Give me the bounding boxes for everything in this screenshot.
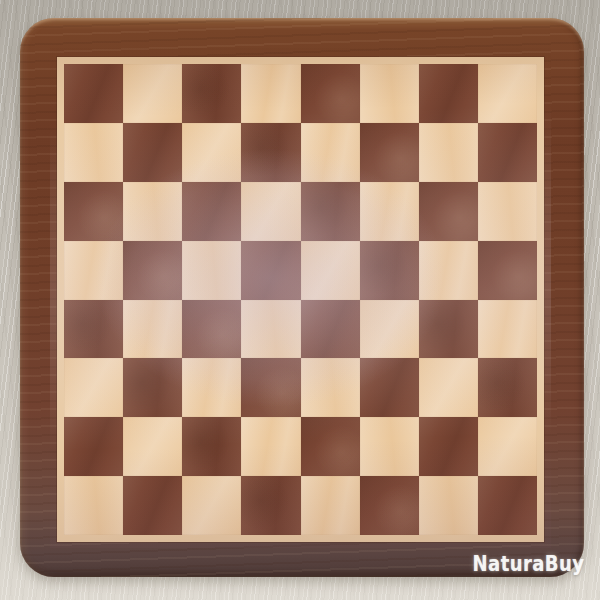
square-r5c1[interactable]: [64, 300, 123, 359]
square-r1c5[interactable]: [301, 64, 360, 123]
square-r8c6[interactable]: [360, 476, 419, 535]
square-r2c5[interactable]: [301, 123, 360, 182]
square-r6c5[interactable]: [301, 358, 360, 417]
square-r8c8[interactable]: [478, 476, 537, 535]
square-r3c6[interactable]: [360, 182, 419, 241]
square-r2c3[interactable]: [182, 123, 241, 182]
square-r3c3[interactable]: [182, 182, 241, 241]
square-r5c4[interactable]: [241, 300, 300, 359]
square-r7c6[interactable]: [360, 417, 419, 476]
square-r4c1[interactable]: [64, 241, 123, 300]
square-r3c4[interactable]: [241, 182, 300, 241]
square-r7c7[interactable]: [419, 417, 478, 476]
square-r1c1[interactable]: [64, 64, 123, 123]
square-r1c7[interactable]: [419, 64, 478, 123]
square-r4c3[interactable]: [182, 241, 241, 300]
square-r5c7[interactable]: [419, 300, 478, 359]
square-r5c2[interactable]: [123, 300, 182, 359]
square-r1c2[interactable]: [123, 64, 182, 123]
square-r6c3[interactable]: [182, 358, 241, 417]
maple-border-panel: [57, 57, 544, 542]
square-r4c2[interactable]: [123, 241, 182, 300]
square-r1c3[interactable]: [182, 64, 241, 123]
square-r4c5[interactable]: [301, 241, 360, 300]
square-r4c4[interactable]: [241, 241, 300, 300]
square-r8c3[interactable]: [182, 476, 241, 535]
square-r4c7[interactable]: [419, 241, 478, 300]
square-r2c1[interactable]: [64, 123, 123, 182]
square-r5c6[interactable]: [360, 300, 419, 359]
square-r6c4[interactable]: [241, 358, 300, 417]
square-r6c8[interactable]: [478, 358, 537, 417]
square-r7c1[interactable]: [64, 417, 123, 476]
square-r5c5[interactable]: [301, 300, 360, 359]
square-r6c7[interactable]: [419, 358, 478, 417]
square-r5c3[interactable]: [182, 300, 241, 359]
square-r1c4[interactable]: [241, 64, 300, 123]
square-r1c8[interactable]: [478, 64, 537, 123]
square-r3c8[interactable]: [478, 182, 537, 241]
square-r6c6[interactable]: [360, 358, 419, 417]
square-r6c1[interactable]: [64, 358, 123, 417]
square-r8c7[interactable]: [419, 476, 478, 535]
square-r7c5[interactable]: [301, 417, 360, 476]
square-r4c8[interactable]: [478, 241, 537, 300]
square-r2c4[interactable]: [241, 123, 300, 182]
square-r2c7[interactable]: [419, 123, 478, 182]
square-r8c5[interactable]: [301, 476, 360, 535]
board-grid: [64, 64, 537, 535]
square-r8c4[interactable]: [241, 476, 300, 535]
square-r8c1[interactable]: [64, 476, 123, 535]
square-r7c4[interactable]: [241, 417, 300, 476]
square-r7c8[interactable]: [478, 417, 537, 476]
square-r4c6[interactable]: [360, 241, 419, 300]
square-r3c2[interactable]: [123, 182, 182, 241]
product-photo: NaturaBuy: [0, 0, 600, 600]
square-r3c7[interactable]: [419, 182, 478, 241]
square-r2c6[interactable]: [360, 123, 419, 182]
square-r5c8[interactable]: [478, 300, 537, 359]
square-r6c2[interactable]: [123, 358, 182, 417]
square-r1c6[interactable]: [360, 64, 419, 123]
square-r3c5[interactable]: [301, 182, 360, 241]
square-r2c2[interactable]: [123, 123, 182, 182]
square-r3c1[interactable]: [64, 182, 123, 241]
square-r8c2[interactable]: [123, 476, 182, 535]
square-r7c2[interactable]: [123, 417, 182, 476]
square-r2c8[interactable]: [478, 123, 537, 182]
naturabuy-watermark: NaturaBuy: [472, 551, 584, 576]
square-r7c3[interactable]: [182, 417, 241, 476]
chess-board: [20, 18, 584, 577]
